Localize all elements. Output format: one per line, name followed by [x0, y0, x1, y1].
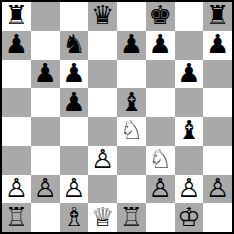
piece-black-bishop-e5: ♝ [120, 89, 143, 115]
square-g3[interactable] [175, 146, 204, 175]
square-h8[interactable]: ♜ [203, 2, 232, 31]
piece-white-rook-e1: ♖ [120, 204, 143, 230]
square-d7[interactable] [88, 31, 117, 60]
square-f4[interactable] [146, 117, 175, 146]
square-f6[interactable] [146, 60, 175, 89]
chess-board-container: ♜♛♚♜♟♞♟♟♟♟♟♟♟♝♘♝♙♘♙♙♙♙♙♙♖♗♕♖♔ [0, 0, 234, 234]
piece-white-pawn-f2: ♙ [148, 175, 171, 201]
piece-white-pawn-d3: ♙ [91, 146, 114, 172]
piece-black-pawn-g6: ♟ [177, 60, 200, 86]
piece-white-queen-d1: ♕ [91, 204, 114, 230]
square-a5[interactable] [2, 88, 31, 117]
square-d1[interactable]: ♕ [88, 203, 117, 232]
square-c8[interactable] [60, 2, 89, 31]
piece-black-pawn-c5: ♟ [62, 89, 85, 115]
square-a1[interactable]: ♖ [2, 203, 31, 232]
piece-black-pawn-b6: ♟ [33, 60, 56, 86]
square-b3[interactable] [31, 146, 60, 175]
piece-black-pawn-f7: ♟ [148, 31, 171, 57]
piece-black-pawn-h7: ♟ [206, 31, 229, 57]
square-e3[interactable] [117, 146, 146, 175]
square-c4[interactable] [60, 117, 89, 146]
piece-black-queen-d8: ♛ [91, 2, 114, 28]
square-h4[interactable] [203, 117, 232, 146]
piece-white-bishop-c1: ♗ [62, 204, 85, 230]
square-c6[interactable]: ♟ [60, 60, 89, 89]
piece-white-knight-e4: ♘ [120, 117, 143, 143]
square-e2[interactable] [117, 175, 146, 204]
square-g7[interactable] [175, 31, 204, 60]
square-c5[interactable]: ♟ [60, 88, 89, 117]
piece-black-bishop-g4: ♝ [177, 117, 200, 143]
square-h6[interactable] [203, 60, 232, 89]
square-g5[interactable] [175, 88, 204, 117]
square-b7[interactable] [31, 31, 60, 60]
square-d3[interactable]: ♙ [88, 146, 117, 175]
square-c7[interactable]: ♞ [60, 31, 89, 60]
piece-black-king-f8: ♚ [148, 2, 171, 28]
square-a6[interactable] [2, 60, 31, 89]
square-h7[interactable]: ♟ [203, 31, 232, 60]
piece-black-knight-c7: ♞ [62, 31, 85, 57]
square-d6[interactable] [88, 60, 117, 89]
square-g4[interactable]: ♝ [175, 117, 204, 146]
square-a8[interactable]: ♜ [2, 2, 31, 31]
chess-board: ♜♛♚♜♟♞♟♟♟♟♟♟♟♝♘♝♙♘♙♙♙♙♙♙♖♗♕♖♔ [0, 0, 234, 234]
square-a4[interactable] [2, 117, 31, 146]
square-b2[interactable]: ♙ [31, 175, 60, 204]
square-h5[interactable] [203, 88, 232, 117]
square-e8[interactable] [117, 2, 146, 31]
square-b8[interactable] [31, 2, 60, 31]
square-d2[interactable] [88, 175, 117, 204]
piece-white-king-g1: ♔ [177, 204, 200, 230]
square-d8[interactable]: ♛ [88, 2, 117, 31]
piece-white-pawn-c2: ♙ [62, 175, 85, 201]
square-h1[interactable] [203, 203, 232, 232]
square-f5[interactable] [146, 88, 175, 117]
piece-white-knight-f3: ♘ [148, 146, 171, 172]
square-e5[interactable]: ♝ [117, 88, 146, 117]
square-e6[interactable] [117, 60, 146, 89]
piece-white-pawn-g2: ♙ [177, 175, 200, 201]
square-f2[interactable]: ♙ [146, 175, 175, 204]
square-g2[interactable]: ♙ [175, 175, 204, 204]
square-f3[interactable]: ♘ [146, 146, 175, 175]
square-b6[interactable]: ♟ [31, 60, 60, 89]
square-f1[interactable] [146, 203, 175, 232]
piece-white-pawn-a2: ♙ [5, 175, 28, 201]
piece-black-rook-a8: ♜ [5, 2, 28, 28]
square-c3[interactable] [60, 146, 89, 175]
square-h2[interactable]: ♙ [203, 175, 232, 204]
square-b4[interactable] [31, 117, 60, 146]
square-d4[interactable] [88, 117, 117, 146]
square-h3[interactable] [203, 146, 232, 175]
piece-white-rook-a1: ♖ [5, 204, 28, 230]
square-g8[interactable] [175, 2, 204, 31]
piece-black-rook-h8: ♜ [206, 2, 229, 28]
square-a7[interactable]: ♟ [2, 31, 31, 60]
square-e1[interactable]: ♖ [117, 203, 146, 232]
square-g1[interactable]: ♔ [175, 203, 204, 232]
square-b5[interactable] [31, 88, 60, 117]
square-a3[interactable] [2, 146, 31, 175]
square-e4[interactable]: ♘ [117, 117, 146, 146]
square-c1[interactable]: ♗ [60, 203, 89, 232]
square-a2[interactable]: ♙ [2, 175, 31, 204]
square-e7[interactable]: ♟ [117, 31, 146, 60]
square-b1[interactable] [31, 203, 60, 232]
square-c2[interactable]: ♙ [60, 175, 89, 204]
piece-black-pawn-a7: ♟ [5, 31, 28, 57]
square-g6[interactable]: ♟ [175, 60, 204, 89]
square-f7[interactable]: ♟ [146, 31, 175, 60]
piece-black-pawn-c6: ♟ [62, 60, 85, 86]
square-f8[interactable]: ♚ [146, 2, 175, 31]
piece-white-pawn-h2: ♙ [206, 175, 229, 201]
piece-white-pawn-b2: ♙ [33, 175, 56, 201]
square-d5[interactable] [88, 88, 117, 117]
piece-black-pawn-e7: ♟ [120, 31, 143, 57]
